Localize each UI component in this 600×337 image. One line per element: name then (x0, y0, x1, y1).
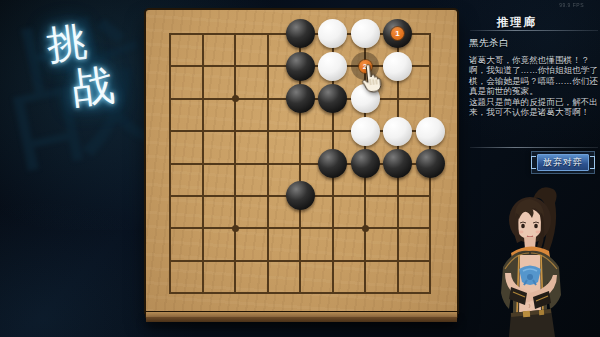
board-cell[interactable] (154, 115, 187, 147)
black-stone (286, 181, 315, 210)
black-stone (318, 149, 347, 178)
board-cell[interactable] (186, 277, 219, 309)
board-cell[interactable] (414, 180, 447, 212)
board-cell[interactable] (186, 147, 219, 179)
board-cell[interactable] (219, 180, 252, 212)
board-cell[interactable] (251, 18, 284, 50)
divider (470, 30, 598, 31)
fps-counter: 99.9 FPS (559, 2, 584, 8)
challenge-banner: 挑 战 (31, 5, 135, 135)
board-cell[interactable] (251, 245, 284, 277)
puzzle-objective: 黑先杀白 (469, 37, 509, 50)
board-cell[interactable] (219, 212, 252, 244)
star-point (362, 225, 369, 232)
board-cell[interactable] (381, 83, 414, 115)
board-cell[interactable] (186, 245, 219, 277)
forfeit-button-face[interactable]: 放弃对弈 (537, 154, 589, 171)
white-stone (351, 19, 380, 48)
board-cell[interactable] (219, 50, 252, 82)
dialogue-line: 这题只是简单的反提而已，解不出 (469, 97, 599, 107)
black-stone (383, 149, 412, 178)
board-cell[interactable] (349, 147, 382, 179)
board-cell[interactable] (186, 180, 219, 212)
board-cell[interactable] (349, 180, 382, 212)
board-cell[interactable] (381, 147, 414, 179)
star-point (232, 225, 239, 232)
board-cell[interactable] (154, 50, 187, 82)
dialogue-line: 诸葛大哥，你竟然也懂围棋！？ (469, 55, 599, 65)
board-cell[interactable] (186, 212, 219, 244)
board-cell[interactable] (186, 18, 219, 50)
board-cell[interactable] (186, 83, 219, 115)
board-cell[interactable] (154, 212, 187, 244)
white-stone (416, 117, 445, 146)
board-cell[interactable] (316, 50, 349, 82)
board-cell[interactable] (154, 277, 187, 309)
board-cell[interactable] (284, 18, 317, 50)
board-cell[interactable] (316, 245, 349, 277)
board-cell[interactable] (316, 180, 349, 212)
board-cell[interactable] (154, 83, 187, 115)
board-cell[interactable] (316, 277, 349, 309)
board-cell[interactable] (381, 50, 414, 82)
board-cell[interactable] (381, 180, 414, 212)
dialogue-line: 棋，会输她是吗？嘻嘻……你们还 (469, 76, 599, 86)
board-cell[interactable] (219, 245, 252, 277)
white-stone (318, 52, 347, 81)
white-stone (351, 117, 380, 146)
board-cell[interactable] (219, 147, 252, 179)
board-edge-front (146, 317, 457, 322)
board-cell[interactable] (251, 277, 284, 309)
board-cell[interactable] (251, 83, 284, 115)
black-stone (286, 19, 315, 48)
board-cell[interactable] (414, 115, 447, 147)
dialogue-line: 来，我可不认你是诸葛大哥啊！ (469, 107, 599, 117)
board-cell[interactable] (284, 83, 317, 115)
board-cell[interactable] (381, 245, 414, 277)
board-cell[interactable] (284, 50, 317, 82)
black-stone (416, 149, 445, 178)
white-stone (318, 19, 347, 48)
board-cell[interactable] (316, 115, 349, 147)
board-cell[interactable] (381, 115, 414, 147)
board-cell[interactable] (414, 245, 447, 277)
challenge-char-2: 战 (69, 57, 118, 118)
star-point (232, 95, 239, 102)
board-cell[interactable] (349, 212, 382, 244)
board-cell[interactable] (414, 83, 447, 115)
board-cell[interactable] (414, 147, 447, 179)
dialogue-text: 诸葛大哥，你竟然也懂围棋！？啊，我知道了……你怕姐姐也学了棋，会输她是吗？嘻嘻…… (469, 55, 599, 117)
board-cell[interactable] (154, 18, 187, 50)
board-cell[interactable] (154, 147, 187, 179)
forfeit-button[interactable]: 放弃对弈 (531, 151, 595, 174)
dialogue-line: 真是前世的冤家。 (469, 86, 599, 96)
panel-title: 推理廊 (462, 15, 572, 30)
black-stone (286, 52, 315, 81)
board-cell[interactable] (414, 212, 447, 244)
game-screen: 战 挑 战 12 推理廊 黑先杀白 诸葛大哥，你竟然也懂围棋！？啊，我知道了……… (0, 0, 600, 337)
board-cell[interactable] (316, 147, 349, 179)
black-stone (286, 84, 315, 113)
board-cell[interactable]: 1 (381, 18, 414, 50)
board-cell[interactable] (284, 180, 317, 212)
board-cell[interactable] (219, 115, 252, 147)
board-cell[interactable] (219, 277, 252, 309)
board-cell[interactable] (349, 18, 382, 50)
board-cell[interactable] (251, 50, 284, 82)
character-portrait (475, 183, 600, 337)
board-cell[interactable] (349, 277, 382, 309)
board-cell[interactable] (284, 212, 317, 244)
board-cell[interactable] (251, 212, 284, 244)
board-cell[interactable] (414, 18, 447, 50)
board-cell[interactable] (349, 115, 382, 147)
board-cell[interactable] (381, 212, 414, 244)
board-cell[interactable] (186, 115, 219, 147)
board-cell[interactable] (349, 245, 382, 277)
divider (470, 147, 598, 148)
black-stone (351, 149, 380, 178)
board-cell[interactable] (154, 245, 187, 277)
board-cell[interactable] (219, 83, 252, 115)
board-cell[interactable] (219, 18, 252, 50)
board-cell[interactable] (414, 277, 447, 309)
board-cell[interactable] (251, 147, 284, 179)
board-cell[interactable] (316, 83, 349, 115)
board-cell[interactable] (154, 180, 187, 212)
board-cell[interactable] (284, 147, 317, 179)
board-cell[interactable] (316, 212, 349, 244)
board-cell[interactable] (284, 277, 317, 309)
board-cell[interactable] (251, 115, 284, 147)
white-stone (383, 117, 412, 146)
board-cell[interactable] (381, 277, 414, 309)
dialogue-line: 啊，我知道了……你怕姐姐也学了 (469, 65, 599, 75)
goban-grid: 12 (154, 18, 447, 310)
board-cell[interactable] (284, 115, 317, 147)
board-cell[interactable] (316, 18, 349, 50)
board-cell[interactable] (414, 50, 447, 82)
white-stone (383, 52, 412, 81)
hand-cursor-icon (357, 62, 384, 94)
board-cell[interactable] (186, 50, 219, 82)
board-cell[interactable] (251, 180, 284, 212)
forfeit-button-label: 放弃对弈 (543, 156, 583, 169)
black-stone (318, 84, 347, 113)
board-cell[interactable] (284, 245, 317, 277)
